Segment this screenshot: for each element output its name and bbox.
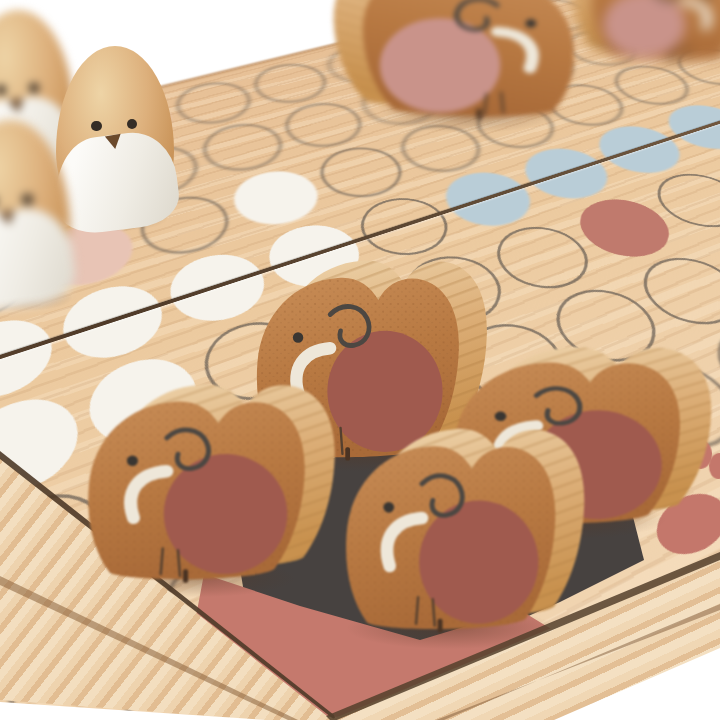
mammoth-foot-notch [477,109,482,119]
mammoth-painted-face [592,0,720,62]
mammoth-3-piece[interactable] [340,414,572,636]
mammoth-4-piece[interactable] [82,370,322,586]
mammoth-eye [383,502,394,513]
mammoth-foot-notch [438,619,443,633]
mammoth-ear [164,454,287,574]
pieces [0,0,720,720]
mammoth-eye [127,456,138,466]
mammoth-eye [293,332,303,343]
chick-beak [8,98,26,115]
mammoth-painted-face [88,401,304,582]
mammoth-painted-face [363,0,574,119]
chick-3-piece[interactable] [0,120,70,306]
mammoth-foot-notch [669,55,672,62]
mammoth-eye [525,19,536,27]
chick-2-piece[interactable] [56,46,174,228]
mammoth-top-piece[interactable] [346,0,580,122]
mammoth-painted-face [346,446,555,632]
mammoth-foot-notch [183,569,188,582]
chick-eye-left [0,85,6,95]
scene [0,0,720,720]
chick-beak [104,134,122,151]
chick-eye-right [22,194,33,205]
chick-eye-left [91,121,102,132]
mammoth-top-right-piece[interactable] [580,0,720,64]
mammoth-ear [380,18,500,112]
mammoth-ear [419,500,538,623]
